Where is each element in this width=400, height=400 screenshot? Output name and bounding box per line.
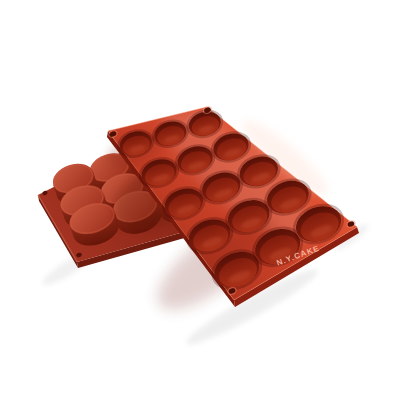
mold-photo-svg: N.Y.CAKE bbox=[0, 0, 400, 400]
product-photo: N.Y.CAKE bbox=[0, 0, 400, 400]
